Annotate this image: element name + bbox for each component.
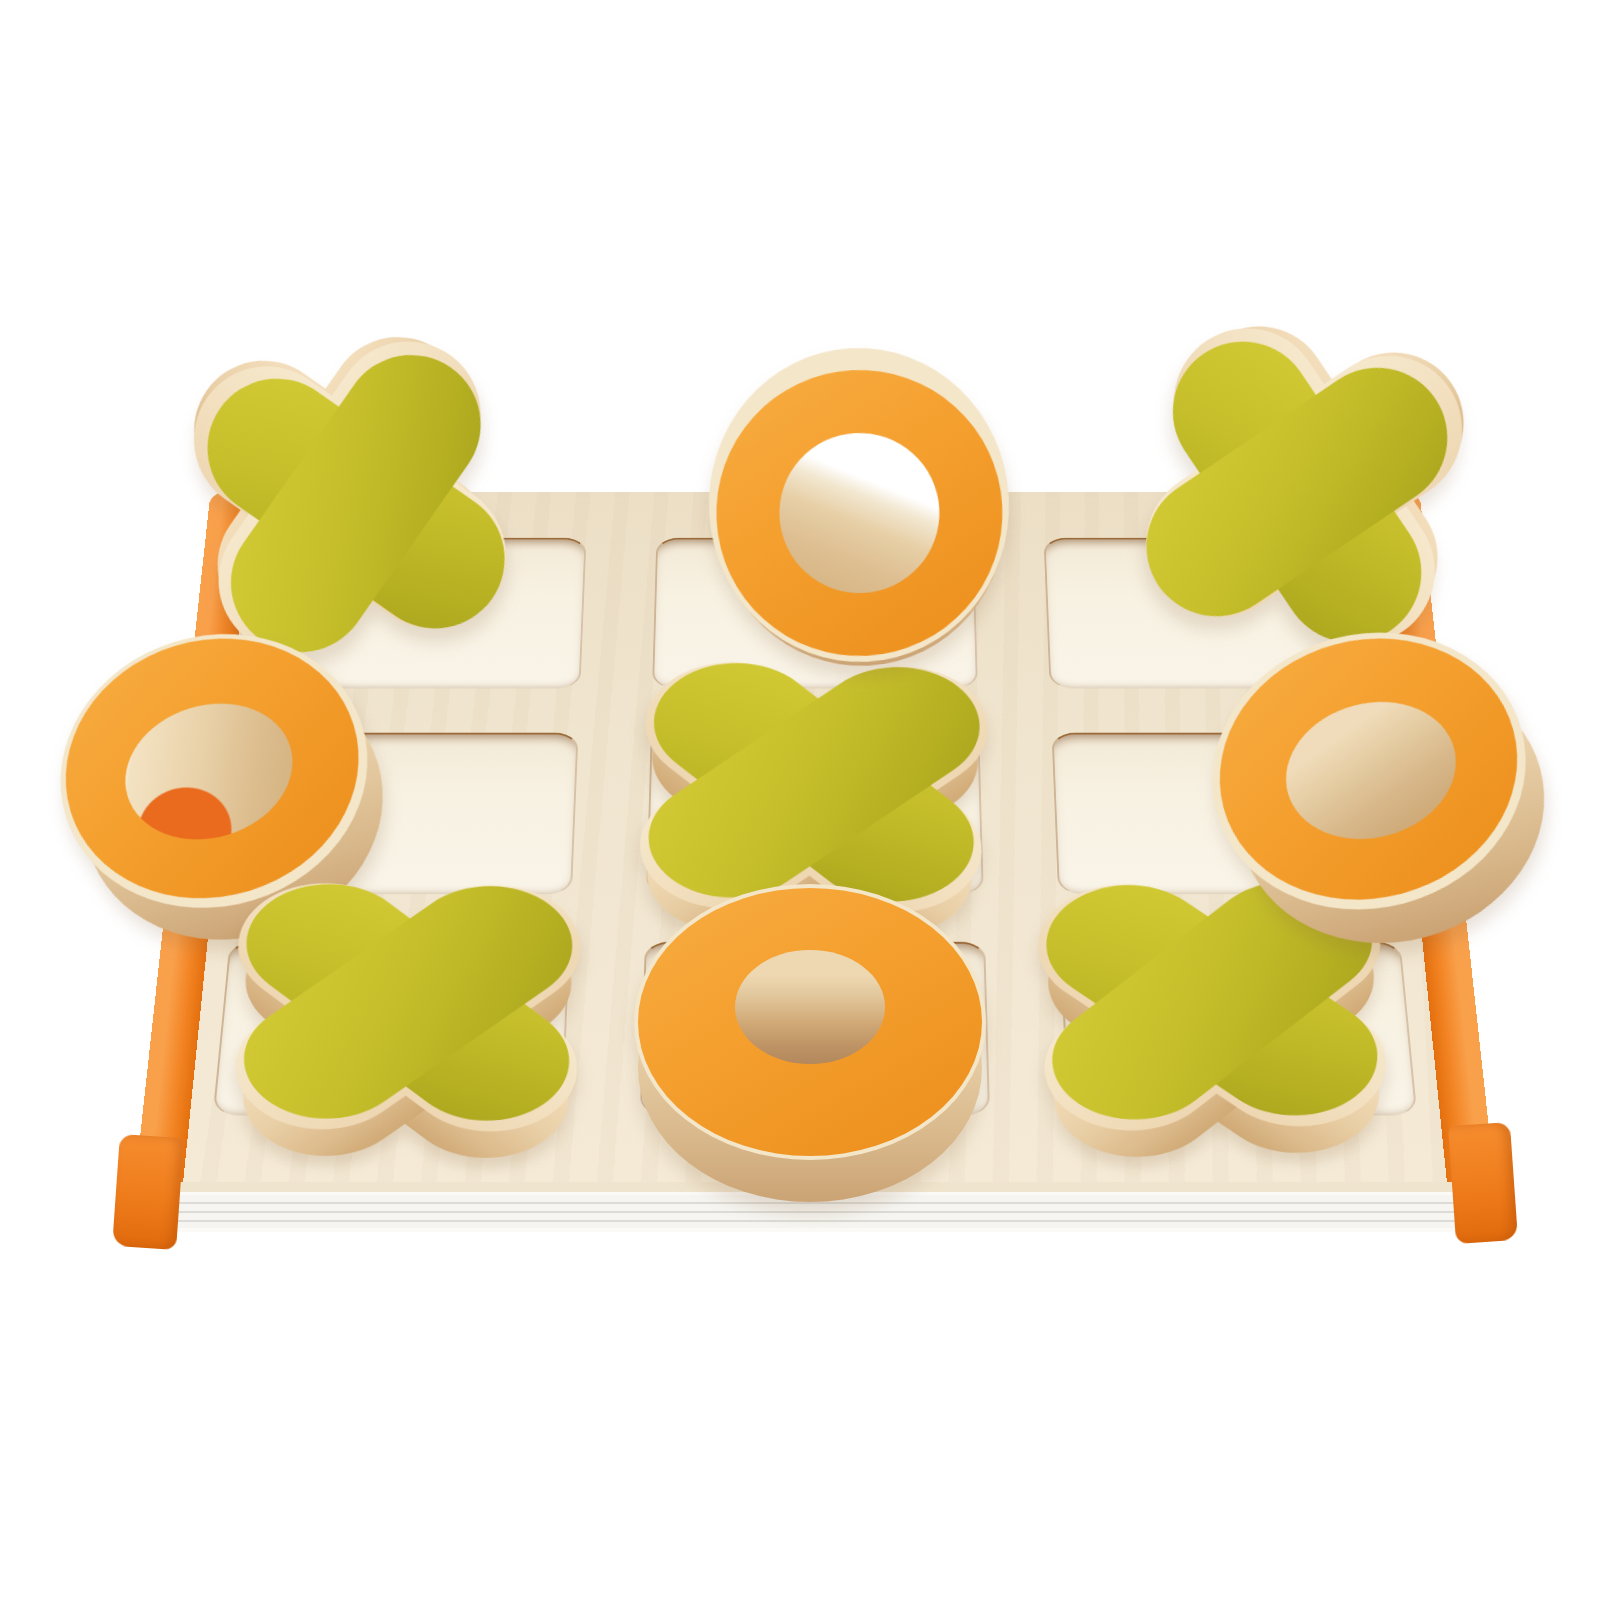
left-front-foot [112,1134,184,1250]
piece-o-back-center[interactable]: ◯ [705,345,1013,666]
piece-face [209,858,608,1145]
piece-x-front-left[interactable]: ✕ [209,858,608,1145]
piece-o-front-center[interactable]: ◯ [638,888,982,1156]
right-front-foot [1448,1122,1518,1244]
product-photo-scene: ✕ ◯ ✕ ◯ ✕ ◯ [0,0,1600,1600]
piece-hole [735,950,885,1064]
